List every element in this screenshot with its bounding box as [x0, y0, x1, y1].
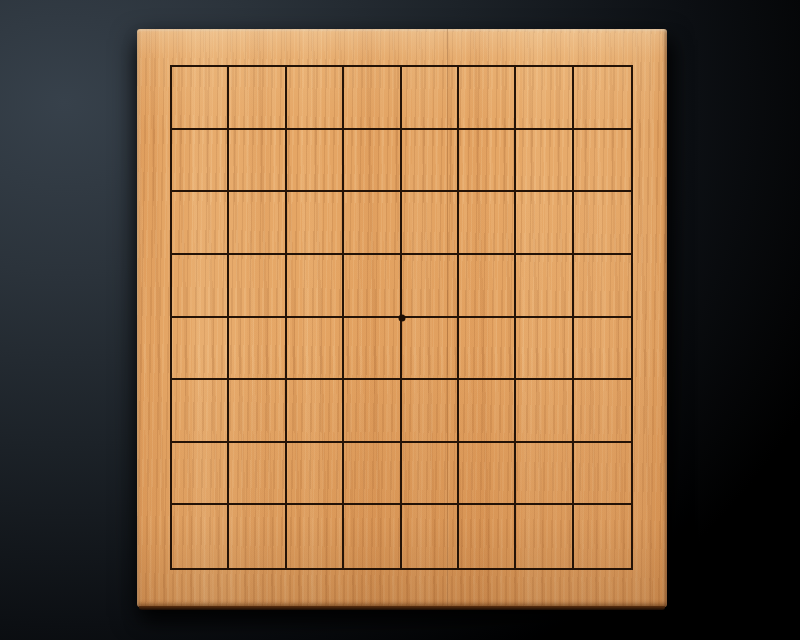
grid-cell	[287, 67, 344, 130]
photo-background	[0, 0, 800, 640]
grid-cell	[516, 67, 573, 130]
grid-cell	[344, 380, 401, 443]
grid-cell	[516, 318, 573, 381]
grid-cell	[172, 443, 229, 506]
grid-cell	[344, 443, 401, 506]
grid-cell	[172, 318, 229, 381]
grid-cell	[229, 318, 286, 381]
grid-cell	[287, 505, 344, 568]
grid-cell	[402, 130, 459, 193]
grid-cell	[229, 255, 286, 318]
grid-cell	[287, 192, 344, 255]
grid-cell	[574, 318, 631, 381]
grid-cell	[172, 380, 229, 443]
grid-cell	[459, 318, 516, 381]
grid-cell	[516, 443, 573, 506]
grid-cell	[172, 505, 229, 568]
grid-cell	[459, 130, 516, 193]
grid-cell	[574, 380, 631, 443]
grid-cell	[516, 505, 573, 568]
grid-cell	[402, 380, 459, 443]
grid-cell	[516, 380, 573, 443]
grid-cell	[344, 130, 401, 193]
grid-cell	[516, 130, 573, 193]
grid-cell	[574, 255, 631, 318]
grid-cell	[516, 192, 573, 255]
grid-cell	[402, 505, 459, 568]
grid-cell	[229, 67, 286, 130]
grid-cell	[516, 255, 573, 318]
grid-cell	[229, 505, 286, 568]
grid-cell	[287, 443, 344, 506]
grid-cell	[172, 255, 229, 318]
grid-cell	[459, 67, 516, 130]
grid-cell	[402, 255, 459, 318]
grid-cell	[287, 380, 344, 443]
grid-cell	[402, 443, 459, 506]
grid-cell	[287, 255, 344, 318]
grid-cell	[459, 380, 516, 443]
grid-cell	[402, 192, 459, 255]
grid-cell	[574, 443, 631, 506]
board-grid	[170, 65, 633, 570]
grid-cell	[459, 505, 516, 568]
grid-cell	[459, 255, 516, 318]
grid-cell	[574, 192, 631, 255]
grid-cell	[287, 130, 344, 193]
grid-cell	[574, 505, 631, 568]
board-bottom-edge	[139, 606, 665, 610]
grid-cell	[402, 67, 459, 130]
grid-cell	[402, 318, 459, 381]
grid-cell	[344, 67, 401, 130]
grid-cell	[344, 505, 401, 568]
go-board	[137, 29, 667, 607]
hoshi-point-tengen	[398, 314, 405, 321]
grid-cell	[344, 255, 401, 318]
grid-cell	[172, 192, 229, 255]
grid-cell	[229, 380, 286, 443]
grid-cell	[459, 192, 516, 255]
grid-cell	[172, 130, 229, 193]
grid-cell	[172, 67, 229, 130]
grid-cell	[344, 192, 401, 255]
grid-cell	[459, 443, 516, 506]
grid-cell	[229, 192, 286, 255]
grid-cell	[229, 443, 286, 506]
grid-cell	[229, 130, 286, 193]
grid-cell	[344, 318, 401, 381]
grid-cell	[574, 67, 631, 130]
grid-cell	[574, 130, 631, 193]
grid-cell	[287, 318, 344, 381]
